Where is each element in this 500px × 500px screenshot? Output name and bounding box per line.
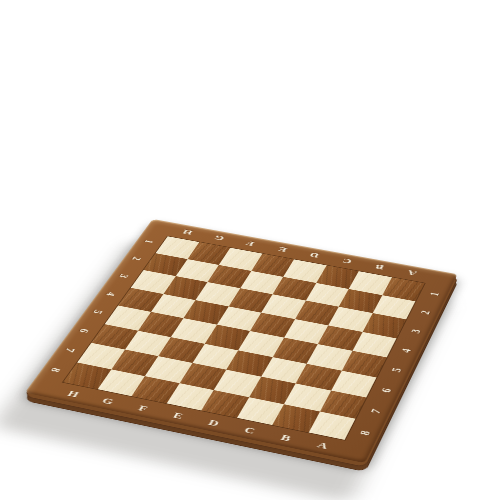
coord-label-bottom-a: A xyxy=(316,440,330,450)
coord-label-top-h: H xyxy=(181,228,194,236)
coord-label-bottom-g: G xyxy=(101,396,116,406)
coord-label-right-1: 1 xyxy=(427,291,441,297)
coord-label-left-1: 1 xyxy=(143,239,157,244)
coord-label-left-8: 8 xyxy=(49,367,64,373)
coord-label-left-6: 6 xyxy=(77,328,92,334)
coord-label-bottom-d: D xyxy=(207,418,221,428)
coord-label-left-3: 3 xyxy=(117,273,131,278)
coord-label-top-c: C xyxy=(341,257,353,265)
coord-label-bottom-c: C xyxy=(243,425,257,435)
coord-label-left-2: 2 xyxy=(130,256,144,261)
coord-label-top-g: G xyxy=(212,234,225,242)
coord-label-top-a: A xyxy=(407,269,419,277)
coord-label-top-e: E xyxy=(276,246,288,254)
coord-label-left-5: 5 xyxy=(91,309,105,315)
coord-label-left-7: 7 xyxy=(63,347,78,353)
coord-label-right-6: 6 xyxy=(378,387,393,393)
coord-label-right-8: 8 xyxy=(357,429,372,436)
chess-board: HGFEDCBA HGFEDCBA 12345678 12345678 xyxy=(25,219,458,463)
coord-label-left-4: 4 xyxy=(104,291,118,297)
coord-label-right-4: 4 xyxy=(399,347,413,353)
coord-label-bottom-e: E xyxy=(171,411,184,420)
coord-label-bottom-f: F xyxy=(137,404,150,413)
coord-label-right-2: 2 xyxy=(418,310,432,316)
product-photo-scene: HGFEDCBA HGFEDCBA 12345678 12345678 xyxy=(0,0,500,500)
coord-label-right-3: 3 xyxy=(408,328,422,334)
coord-label-bottom-b: B xyxy=(279,433,292,443)
coord-label-top-d: D xyxy=(308,252,320,260)
coord-label-top-b: B xyxy=(374,263,385,271)
coord-label-right-7: 7 xyxy=(368,408,383,414)
coord-label-right-5: 5 xyxy=(389,367,404,373)
coord-label-bottom-h: H xyxy=(66,389,81,399)
coord-label-top-f: F xyxy=(245,240,256,247)
